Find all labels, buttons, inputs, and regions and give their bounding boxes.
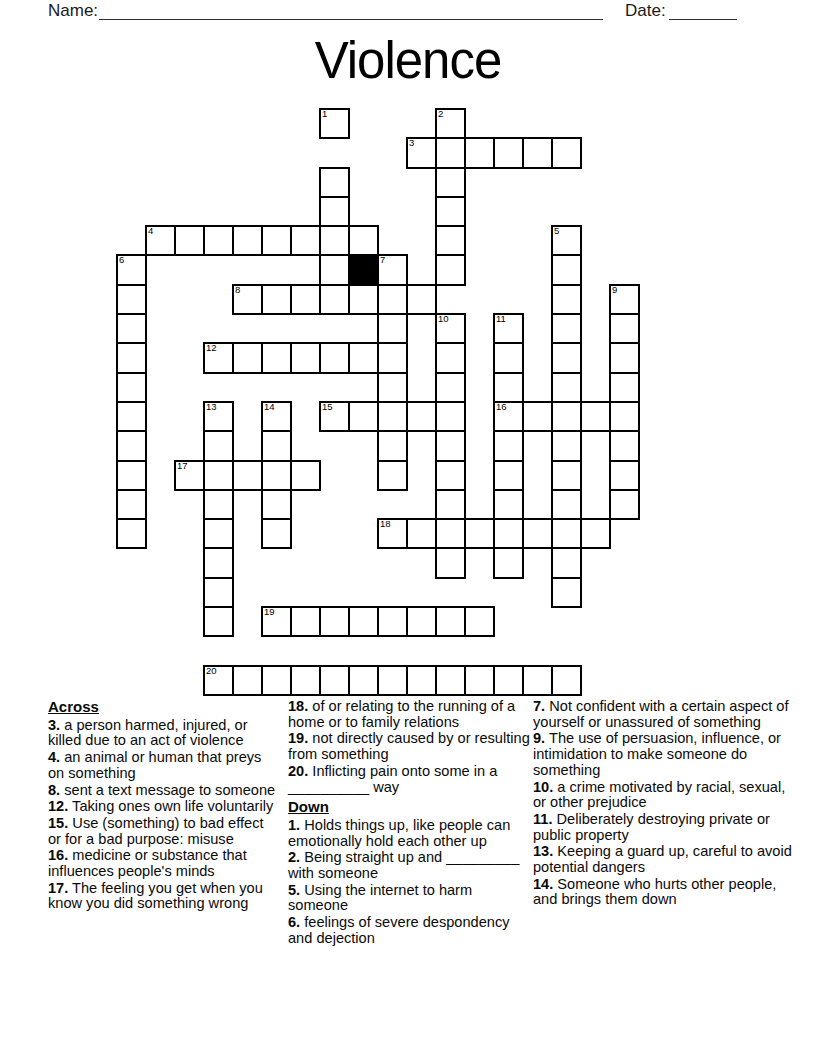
grid-cell[interactable] bbox=[204, 431, 233, 460]
grid-cell[interactable] bbox=[320, 226, 349, 255]
clue-number-label: 17. bbox=[48, 880, 68, 896]
grid-cell[interactable] bbox=[465, 138, 494, 167]
grid-cell[interactable] bbox=[262, 519, 291, 548]
grid-cell[interactable] bbox=[117, 343, 146, 372]
grid-cell[interactable] bbox=[291, 461, 320, 490]
grid-cell[interactable] bbox=[436, 490, 465, 519]
grid-cell[interactable] bbox=[117, 490, 146, 519]
cell-number: 9 bbox=[612, 284, 617, 295]
grid-cell[interactable]: 1 bbox=[320, 109, 349, 138]
grid-cell[interactable]: 10 bbox=[436, 314, 465, 343]
grid-cell[interactable] bbox=[233, 461, 262, 490]
grid-cell[interactable] bbox=[378, 666, 407, 695]
grid-cell[interactable]: 4 bbox=[146, 226, 175, 255]
grid-cell[interactable]: 7 bbox=[378, 255, 407, 284]
grid-cell[interactable] bbox=[291, 666, 320, 695]
grid-cell[interactable] bbox=[175, 226, 204, 255]
clue-12: 12. Taking ones own life voluntarily bbox=[48, 799, 280, 815]
grid-cell[interactable] bbox=[378, 343, 407, 372]
grid-cell[interactable] bbox=[349, 666, 378, 695]
clue-18: 18. of or relating to the running of a h… bbox=[288, 699, 531, 730]
cell-number: 5 bbox=[554, 225, 559, 236]
grid-cell[interactable]: 8 bbox=[233, 285, 262, 314]
grid-cell[interactable] bbox=[117, 285, 146, 314]
grid-cell[interactable] bbox=[552, 548, 581, 577]
grid-cell[interactable] bbox=[320, 666, 349, 695]
grid-cell[interactable] bbox=[117, 314, 146, 343]
grid-cell[interactable] bbox=[494, 490, 523, 519]
clue-number-label: 1. bbox=[288, 817, 300, 833]
grid-cell[interactable] bbox=[523, 138, 552, 167]
grid-cell[interactable] bbox=[378, 373, 407, 402]
grid-cell[interactable] bbox=[552, 666, 581, 695]
grid-cell[interactable] bbox=[378, 431, 407, 460]
grid-cell[interactable] bbox=[262, 431, 291, 460]
clues-section-heading: Across bbox=[48, 698, 99, 715]
cell-number: 18 bbox=[380, 518, 391, 529]
date-blank-line[interactable] bbox=[669, 3, 737, 20]
grid-cell[interactable] bbox=[523, 519, 552, 548]
grid-cell[interactable] bbox=[552, 402, 581, 431]
clue-number-label: 12. bbox=[48, 798, 68, 814]
grid-cell[interactable]: 11 bbox=[494, 314, 523, 343]
cell-number: 14 bbox=[264, 401, 275, 412]
grid-cell[interactable] bbox=[436, 548, 465, 577]
clues-section-heading: Down bbox=[288, 798, 329, 815]
grid-cell[interactable] bbox=[204, 519, 233, 548]
cell-number: 10 bbox=[438, 313, 449, 324]
grid-cell[interactable]: 17 bbox=[175, 461, 204, 490]
clue-number-label: 15. bbox=[48, 815, 68, 831]
clue-20: 20. Inflicting pain onto some in a _____… bbox=[288, 764, 531, 795]
grid-cell[interactable] bbox=[610, 461, 639, 490]
grid-cell[interactable] bbox=[117, 402, 146, 431]
clue-column-down: 7. Not confident with a certain aspect o… bbox=[533, 699, 795, 909]
clue-2: 2. Being straight up and _________ with … bbox=[288, 850, 531, 881]
grid-cell[interactable] bbox=[204, 607, 233, 636]
grid-cell[interactable] bbox=[320, 197, 349, 226]
grid-cell[interactable] bbox=[117, 461, 146, 490]
cell-number: 20 bbox=[206, 665, 217, 676]
grid-cell[interactable] bbox=[436, 519, 465, 548]
grid-cell[interactable] bbox=[117, 431, 146, 460]
grid-cell[interactable] bbox=[581, 402, 610, 431]
clue-number-label: 20. bbox=[288, 763, 308, 779]
grid-cell[interactable] bbox=[204, 226, 233, 255]
grid-cell[interactable] bbox=[407, 519, 436, 548]
grid-cell[interactable]: 12 bbox=[204, 343, 233, 372]
clue-number-label: 11. bbox=[533, 811, 552, 827]
grid-cell[interactable] bbox=[552, 343, 581, 372]
clue-15: 15. Use (something) to bad effect or for… bbox=[48, 816, 280, 847]
clue-number-label: 13. bbox=[533, 843, 553, 859]
grid-cell[interactable] bbox=[552, 373, 581, 402]
grid-cell[interactable] bbox=[494, 461, 523, 490]
cell-number: 15 bbox=[322, 401, 333, 412]
grid-cell[interactable] bbox=[262, 461, 291, 490]
clue-number-label: 9. bbox=[533, 730, 545, 746]
grid-cell[interactable]: 16 bbox=[494, 402, 523, 431]
cell-number: 6 bbox=[119, 254, 124, 265]
clue-9: 9. The use of persuasion, influence, or … bbox=[533, 731, 795, 778]
grid-cell[interactable] bbox=[581, 519, 610, 548]
grid-cell[interactable] bbox=[262, 490, 291, 519]
grid-cell[interactable] bbox=[436, 226, 465, 255]
clue-3: 3. a person harmed, injured, or killed d… bbox=[48, 718, 280, 749]
grid-cell[interactable] bbox=[378, 285, 407, 314]
grid-cell[interactable] bbox=[349, 226, 378, 255]
clue-number-label: 5. bbox=[288, 882, 300, 898]
grid-cell[interactable] bbox=[204, 548, 233, 577]
grid-cell[interactable] bbox=[262, 285, 291, 314]
grid-cell[interactable] bbox=[436, 373, 465, 402]
clue-number-label: 14. bbox=[533, 876, 553, 892]
clue-number-label: 6. bbox=[288, 914, 300, 930]
grid-cell[interactable] bbox=[407, 607, 436, 636]
grid-cell[interactable] bbox=[378, 402, 407, 431]
grid-cell[interactable] bbox=[204, 578, 233, 607]
grid-cell[interactable] bbox=[378, 607, 407, 636]
grid-cell[interactable] bbox=[117, 373, 146, 402]
cell-number: 4 bbox=[148, 225, 153, 236]
grid-cell[interactable] bbox=[494, 431, 523, 460]
clue-number-label: 19. bbox=[288, 730, 308, 746]
grid-cell[interactable] bbox=[291, 607, 320, 636]
grid-cell[interactable] bbox=[320, 343, 349, 372]
cell-number: 11 bbox=[496, 313, 506, 324]
clue-4: 4. an animal or human that preys on some… bbox=[48, 750, 280, 781]
grid-cell[interactable] bbox=[262, 666, 291, 695]
grid-cell[interactable] bbox=[233, 666, 262, 695]
grid-cell[interactable] bbox=[494, 373, 523, 402]
clue-number-label: 2. bbox=[288, 849, 300, 865]
grid-cell[interactable] bbox=[610, 373, 639, 402]
clue-13: 13. Keeping a guard up, careful to avoid… bbox=[533, 844, 795, 875]
clue-8: 8. sent a text message to someone bbox=[48, 783, 280, 799]
clue-number-label: 16. bbox=[48, 847, 68, 863]
grid-cell[interactable] bbox=[552, 431, 581, 460]
grid-cell[interactable] bbox=[204, 461, 233, 490]
grid-cell[interactable]: 9 bbox=[610, 285, 639, 314]
grid-cell[interactable] bbox=[552, 285, 581, 314]
grid-cell[interactable] bbox=[436, 666, 465, 695]
grid-cell[interactable] bbox=[436, 607, 465, 636]
crossword-grid: 1234567891011121314151617181920 bbox=[117, 109, 639, 695]
grid-cell[interactable] bbox=[494, 666, 523, 695]
grid-cell[interactable] bbox=[552, 255, 581, 284]
grid-cell[interactable] bbox=[610, 402, 639, 431]
grid-cell[interactable] bbox=[494, 548, 523, 577]
clue-column-middle: 18. of or relating to the running of a h… bbox=[288, 699, 531, 948]
grid-cell[interactable] bbox=[465, 519, 494, 548]
grid-cell[interactable] bbox=[436, 343, 465, 372]
black-cell bbox=[349, 255, 378, 284]
clue-16: 16. medicine or substance that influence… bbox=[48, 848, 280, 879]
clue-10: 10. a crime motivated by racial, sexual,… bbox=[533, 780, 795, 811]
grid-cell[interactable] bbox=[610, 490, 639, 519]
grid-cell[interactable] bbox=[494, 343, 523, 372]
grid-cell[interactable]: 5 bbox=[552, 226, 581, 255]
grid-cell[interactable] bbox=[436, 197, 465, 226]
grid-cell[interactable] bbox=[436, 138, 465, 167]
grid-cell[interactable]: 13 bbox=[204, 402, 233, 431]
grid-cell[interactable] bbox=[262, 343, 291, 372]
grid-cell[interactable] bbox=[407, 666, 436, 695]
puzzle-title: Violence bbox=[0, 31, 816, 90]
grid-cell[interactable] bbox=[320, 255, 349, 284]
cell-number: 17 bbox=[177, 460, 188, 471]
clue-number-label: 4. bbox=[48, 749, 60, 765]
grid-cell[interactable] bbox=[436, 461, 465, 490]
grid-cell[interactable] bbox=[523, 666, 552, 695]
clue-19: 19. not directly caused by or resulting … bbox=[288, 731, 531, 762]
grid-cell[interactable] bbox=[552, 490, 581, 519]
grid-cell[interactable] bbox=[436, 255, 465, 284]
cell-number: 7 bbox=[380, 254, 385, 265]
clue-11: 11. Deliberately destroying private or p… bbox=[533, 812, 795, 843]
grid-cell[interactable]: 19 bbox=[262, 607, 291, 636]
grid-cell[interactable] bbox=[378, 314, 407, 343]
grid-cell[interactable] bbox=[436, 431, 465, 460]
grid-cell[interactable]: 14 bbox=[262, 402, 291, 431]
cell-number: 3 bbox=[409, 137, 414, 148]
grid-cell[interactable]: 20 bbox=[204, 666, 233, 695]
grid-cell[interactable]: 6 bbox=[117, 255, 146, 284]
grid-cell[interactable] bbox=[610, 343, 639, 372]
grid-cell[interactable] bbox=[291, 226, 320, 255]
grid-cell[interactable]: 15 bbox=[320, 402, 349, 431]
cell-number: 8 bbox=[235, 284, 240, 295]
clue-7: 7. Not confident with a certain aspect o… bbox=[533, 699, 795, 730]
grid-cell[interactable] bbox=[378, 461, 407, 490]
grid-cell[interactable] bbox=[494, 138, 523, 167]
clue-1: 1. Holds things up, like people can emot… bbox=[288, 818, 531, 849]
grid-cell[interactable] bbox=[320, 168, 349, 197]
grid-cell[interactable] bbox=[320, 607, 349, 636]
cell-number: 2 bbox=[438, 108, 443, 119]
grid-cell[interactable] bbox=[349, 607, 378, 636]
clue-14: 14. Someone who hurts other people, and … bbox=[533, 877, 795, 908]
date-label: Date: bbox=[625, 1, 666, 21]
cell-number: 19 bbox=[264, 606, 275, 617]
cell-number: 12 bbox=[206, 342, 217, 353]
clue-6: 6. feelings of severe despondency and de… bbox=[288, 915, 531, 946]
grid-cell[interactable] bbox=[552, 578, 581, 607]
clue-column-across: Across3. a person harmed, injured, or ki… bbox=[48, 699, 280, 913]
grid-cell[interactable] bbox=[552, 519, 581, 548]
grid-cell[interactable] bbox=[552, 138, 581, 167]
cell-number: 13 bbox=[206, 401, 217, 412]
name-label: Name: bbox=[48, 1, 98, 21]
grid-cell[interactable] bbox=[494, 519, 523, 548]
grid-cell[interactable] bbox=[233, 343, 262, 372]
clue-17: 17. The feeling you get when you know yo… bbox=[48, 881, 280, 912]
grid-cell[interactable] bbox=[465, 607, 494, 636]
grid-cell[interactable]: 18 bbox=[378, 519, 407, 548]
clue-number-label: 7. bbox=[533, 698, 545, 714]
clue-number-label: 3. bbox=[48, 717, 60, 733]
grid-cell[interactable] bbox=[610, 314, 639, 343]
grid-cell[interactable] bbox=[552, 314, 581, 343]
clue-number-label: 8. bbox=[48, 782, 60, 798]
grid-cell[interactable] bbox=[117, 519, 146, 548]
grid-cell[interactable]: 3 bbox=[407, 138, 436, 167]
clue-number-label: 10. bbox=[533, 779, 553, 795]
grid-cell[interactable] bbox=[610, 431, 639, 460]
grid-cell[interactable] bbox=[233, 226, 262, 255]
grid-cell[interactable] bbox=[204, 490, 233, 519]
grid-cell[interactable] bbox=[465, 666, 494, 695]
clue-number-label: 18. bbox=[288, 698, 308, 714]
grid-cell[interactable]: 2 bbox=[436, 109, 465, 138]
grid-cell[interactable] bbox=[262, 226, 291, 255]
grid-cell[interactable] bbox=[523, 402, 552, 431]
grid-cell[interactable] bbox=[349, 285, 378, 314]
grid-cell[interactable] bbox=[407, 285, 436, 314]
grid-cell[interactable] bbox=[291, 343, 320, 372]
grid-cell[interactable] bbox=[349, 402, 378, 431]
cell-number: 16 bbox=[496, 401, 507, 412]
grid-cell[interactable] bbox=[436, 168, 465, 197]
grid-cell[interactable] bbox=[552, 461, 581, 490]
grid-cell[interactable] bbox=[320, 285, 349, 314]
clue-5: 5. Using the internet to harm someone bbox=[288, 883, 531, 914]
grid-cell[interactable] bbox=[349, 343, 378, 372]
name-blank-line[interactable] bbox=[99, 3, 603, 20]
grid-cell[interactable] bbox=[436, 402, 465, 431]
cell-number: 1 bbox=[322, 108, 327, 119]
grid-cell[interactable] bbox=[407, 402, 436, 431]
grid-cell[interactable] bbox=[291, 285, 320, 314]
